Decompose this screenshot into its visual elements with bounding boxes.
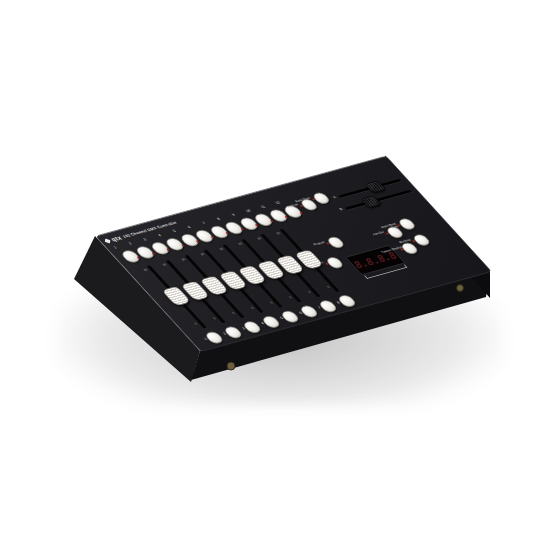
fader-scale-label: 0 [322,285,330,290]
fixture-led-5 [196,240,200,243]
fader-scale-label: 10 [235,242,243,247]
program-label: Program [307,241,326,248]
fixture-led-9 [255,224,259,227]
fixture-number: 5 [170,229,179,234]
fixture-led-1 [137,256,141,259]
fader-scale-label: 0 [189,322,197,327]
fixture-number: 4 [155,233,164,238]
fader-scale-label: 0 [265,301,273,306]
fixture-number: 10 [243,208,252,213]
fixture-number: 7 [199,220,208,225]
fixture-led-3 [166,248,170,251]
fader-scale-label: 10 [273,231,281,236]
fader-scale-label: 0 [284,296,292,301]
fader-scale-label: 10 [254,236,262,241]
brand-name: qtx [109,235,123,243]
fixture-number: 8 [214,216,223,221]
fixture-number: 11 [258,204,267,209]
fixture-number: 12 [273,200,282,205]
fader-scale-label: 10 [140,268,148,273]
fixture-led-11 [284,216,288,219]
fader-scale-label: 10 [197,252,205,257]
fader-scale-label: 10 [159,263,167,268]
fader-scale-label: 0 [227,311,235,316]
fixture-number: 6 [184,225,193,230]
fader-scale-label: 0 [208,317,216,322]
fader-scale-label: 0 [303,290,311,295]
front-screw-right [457,285,464,292]
fader-scale-label: 0 [246,306,254,311]
fixture-number: 3 [140,237,149,242]
front-screw-left [227,362,235,370]
fixture-number: 9 [229,212,238,217]
fixture-led-7 [225,232,229,235]
midi-rec-button[interactable] [324,256,345,270]
fader-scale-label: 10 [178,257,186,262]
fader-scale-label: 10 [216,247,224,252]
product-photo: qtx 192 Channel DMX Controller 8.8.8.8 1… [0,0,550,550]
fixture-number: 1 [110,245,119,250]
fixture-number: 2 [125,241,134,246]
scene-button-8[interactable] [336,294,358,308]
program-button[interactable] [325,235,346,249]
qtx-logo-icon [105,239,111,244]
